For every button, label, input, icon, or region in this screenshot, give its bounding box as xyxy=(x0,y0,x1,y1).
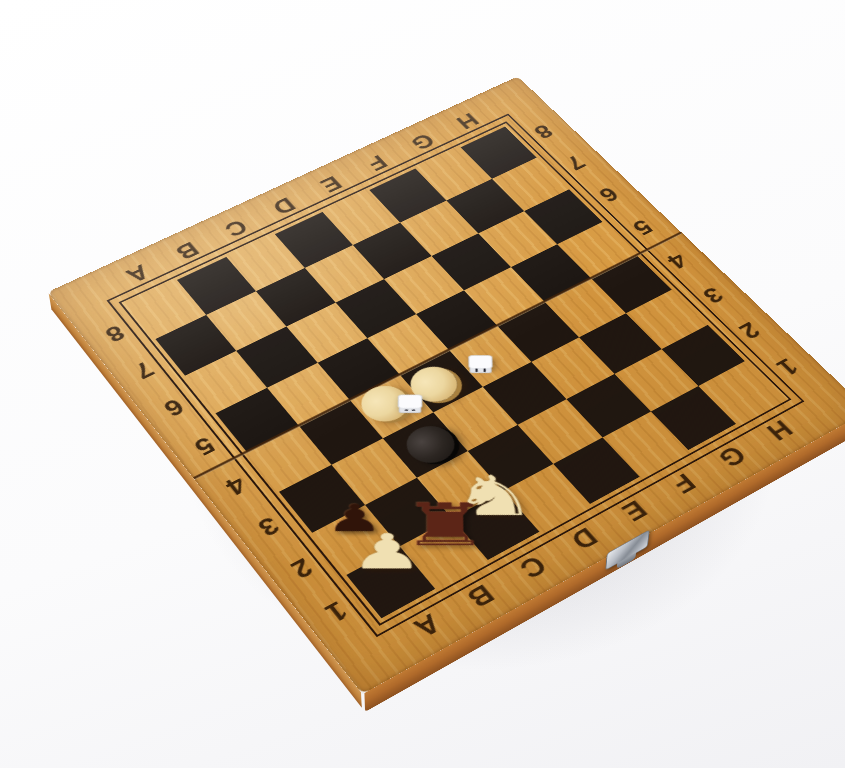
perspective-stage: AABBCCDDEEFFGGHH8877665544332211 ♟♜♞♟ xyxy=(0,0,845,768)
product-photo-scene: AABBCCDDEEFFGGHH8877665544332211 ♟♜♞♟ xyxy=(0,0,845,768)
clasp-hook xyxy=(617,553,636,570)
board-top: AABBCCDDEEFFGGHH8877665544332211 ♟♜♞♟ xyxy=(48,76,845,694)
chess-board-box: AABBCCDDEEFFGGHH8877665544332211 ♟♜♞♟ xyxy=(48,76,845,694)
